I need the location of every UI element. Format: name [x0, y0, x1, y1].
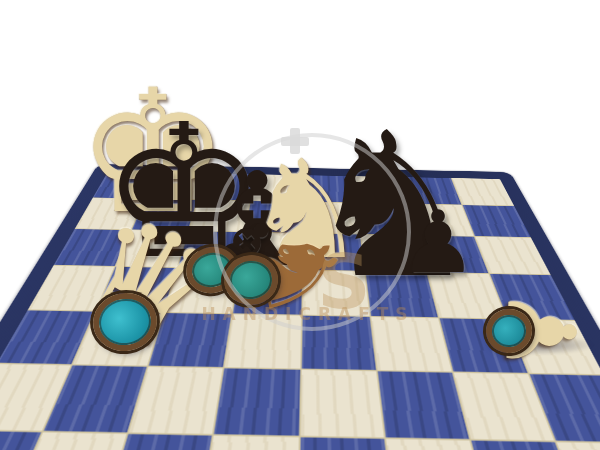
square: [215, 368, 300, 435]
square: [300, 369, 383, 437]
square: [201, 435, 298, 450]
product-photo: ♚ ♚ ♝ ♞ ♞ ♟ ♝ ♞ ♛ ♟ S HANDICRAFTS: [0, 0, 600, 450]
square: [556, 442, 600, 450]
square: [371, 316, 452, 371]
black-pawn-piece: ♟: [399, 199, 476, 285]
square: [301, 315, 375, 369]
square: [298, 437, 393, 450]
